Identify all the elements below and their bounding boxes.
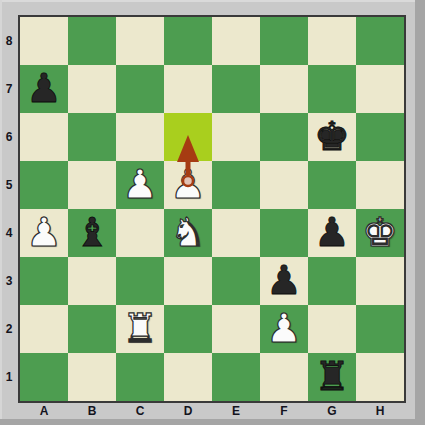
square-c1[interactable] <box>116 353 164 401</box>
square-b7[interactable] <box>68 65 116 113</box>
square-c2[interactable]: ♜ <box>116 305 164 353</box>
square-b2[interactable] <box>68 305 116 353</box>
square-h6[interactable] <box>356 113 404 161</box>
square-a4[interactable]: ♟ <box>20 209 68 257</box>
square-f2[interactable]: ♟ <box>260 305 308 353</box>
black-king[interactable]: ♚ <box>314 116 350 156</box>
square-e1[interactable] <box>212 353 260 401</box>
rank-label-8: 8 <box>0 17 18 65</box>
square-f4[interactable] <box>260 209 308 257</box>
frame-shadow-bottom <box>0 419 425 425</box>
file-label-b: B <box>68 403 116 419</box>
square-e4[interactable] <box>212 209 260 257</box>
square-f7[interactable] <box>260 65 308 113</box>
file-label-d: D <box>164 403 212 419</box>
file-label-c: C <box>116 403 164 419</box>
chess-board-widget: 87654321 ♟♚♟♟♟♝♞♟♚♟♜♟♜ ABCDEFGH <box>0 0 425 425</box>
square-f1[interactable] <box>260 353 308 401</box>
square-c6[interactable] <box>116 113 164 161</box>
square-g5[interactable] <box>308 161 356 209</box>
white-king[interactable]: ♚ <box>362 212 398 252</box>
square-g2[interactable] <box>308 305 356 353</box>
square-a5[interactable] <box>20 161 68 209</box>
square-a6[interactable] <box>20 113 68 161</box>
file-label-g: G <box>308 403 356 419</box>
square-b6[interactable] <box>68 113 116 161</box>
square-b3[interactable] <box>68 257 116 305</box>
square-b4[interactable]: ♝ <box>68 209 116 257</box>
square-d4[interactable]: ♞ <box>164 209 212 257</box>
rank-labels: 87654321 <box>0 17 18 401</box>
square-h3[interactable] <box>356 257 404 305</box>
frame-shadow-right <box>415 0 425 425</box>
square-e6[interactable] <box>212 113 260 161</box>
white-pawn[interactable]: ♟ <box>170 164 206 204</box>
square-b1[interactable] <box>68 353 116 401</box>
square-c4[interactable] <box>116 209 164 257</box>
square-a1[interactable] <box>20 353 68 401</box>
black-pawn[interactable]: ♟ <box>314 212 350 252</box>
rank-label-2: 2 <box>0 305 18 353</box>
square-g8[interactable] <box>308 17 356 65</box>
black-pawn[interactable]: ♟ <box>26 68 62 108</box>
square-d7[interactable] <box>164 65 212 113</box>
white-pawn[interactable]: ♟ <box>26 212 62 252</box>
square-d2[interactable] <box>164 305 212 353</box>
square-f8[interactable] <box>260 17 308 65</box>
square-d1[interactable] <box>164 353 212 401</box>
square-f3[interactable]: ♟ <box>260 257 308 305</box>
square-g3[interactable] <box>308 257 356 305</box>
rank-label-5: 5 <box>0 161 18 209</box>
square-f6[interactable] <box>260 113 308 161</box>
black-rook[interactable]: ♜ <box>314 356 350 396</box>
frame-edge-top <box>0 0 425 2</box>
square-e3[interactable] <box>212 257 260 305</box>
square-h2[interactable] <box>356 305 404 353</box>
chess-board: ♟♚♟♟♟♝♞♟♚♟♜♟♜ <box>18 15 406 403</box>
file-label-h: H <box>356 403 404 419</box>
square-c8[interactable] <box>116 17 164 65</box>
file-label-e: E <box>212 403 260 419</box>
white-pawn[interactable]: ♟ <box>266 308 302 348</box>
black-bishop[interactable]: ♝ <box>74 212 110 252</box>
square-h7[interactable] <box>356 65 404 113</box>
rank-label-3: 3 <box>0 257 18 305</box>
black-pawn[interactable]: ♟ <box>266 260 302 300</box>
square-c3[interactable] <box>116 257 164 305</box>
square-b8[interactable] <box>68 17 116 65</box>
rank-label-1: 1 <box>0 353 18 401</box>
square-h8[interactable] <box>356 17 404 65</box>
square-e2[interactable] <box>212 305 260 353</box>
rank-label-4: 4 <box>0 209 18 257</box>
square-a7[interactable]: ♟ <box>20 65 68 113</box>
square-d5[interactable]: ♟ <box>164 161 212 209</box>
square-c7[interactable] <box>116 65 164 113</box>
square-a3[interactable] <box>20 257 68 305</box>
rank-label-7: 7 <box>0 65 18 113</box>
square-g4[interactable]: ♟ <box>308 209 356 257</box>
file-labels: ABCDEFGH <box>20 403 404 419</box>
white-rook[interactable]: ♜ <box>122 308 158 348</box>
square-g1[interactable]: ♜ <box>308 353 356 401</box>
square-b5[interactable] <box>68 161 116 209</box>
white-knight[interactable]: ♞ <box>170 212 206 252</box>
rank-label-6: 6 <box>0 113 18 161</box>
square-h4[interactable]: ♚ <box>356 209 404 257</box>
square-e7[interactable] <box>212 65 260 113</box>
square-h1[interactable] <box>356 353 404 401</box>
square-c5[interactable]: ♟ <box>116 161 164 209</box>
square-d6[interactable] <box>164 113 212 161</box>
file-label-f: F <box>260 403 308 419</box>
white-pawn[interactable]: ♟ <box>122 164 158 204</box>
square-f5[interactable] <box>260 161 308 209</box>
file-label-a: A <box>20 403 68 419</box>
square-e5[interactable] <box>212 161 260 209</box>
square-g7[interactable] <box>308 65 356 113</box>
square-a2[interactable] <box>20 305 68 353</box>
square-h5[interactable] <box>356 161 404 209</box>
square-g6[interactable]: ♚ <box>308 113 356 161</box>
square-e8[interactable] <box>212 17 260 65</box>
square-a8[interactable] <box>20 17 68 65</box>
square-d3[interactable] <box>164 257 212 305</box>
square-d8[interactable] <box>164 17 212 65</box>
